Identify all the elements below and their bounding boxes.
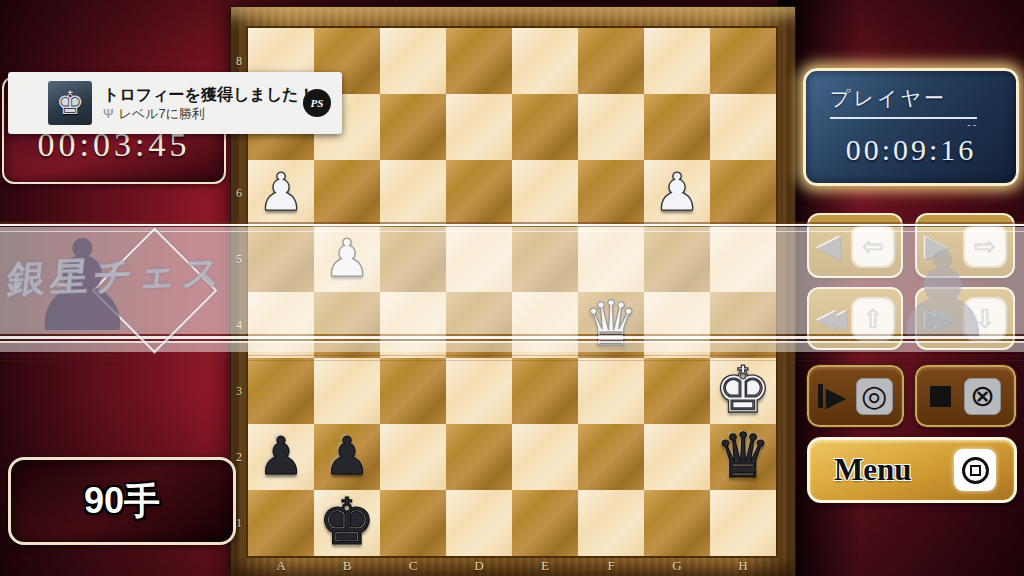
square-b3[interactable] <box>314 358 380 424</box>
square-e1[interactable] <box>512 490 578 556</box>
square-b6[interactable] <box>314 160 380 226</box>
square-h7[interactable] <box>710 94 776 160</box>
square-h6[interactable] <box>710 160 776 226</box>
square-b2[interactable] <box>314 424 380 490</box>
trophy-notification: ♚ トロフィーを獲得しました！ Ψ レベル7に勝利 PS <box>8 72 342 134</box>
resume-play-button[interactable]: ▶ ◎ <box>807 365 904 427</box>
file-label-B: B <box>314 556 380 576</box>
square-e2[interactable] <box>512 424 578 490</box>
file-label-C: C <box>380 556 446 576</box>
menu-button[interactable]: Menu <box>807 437 1017 503</box>
square-e7[interactable] <box>512 94 578 160</box>
square-c1[interactable] <box>380 490 446 556</box>
square-f7[interactable] <box>578 94 644 160</box>
square-c2[interactable] <box>380 424 446 490</box>
trophy-title: トロフィーを獲得しました！ <box>103 85 314 105</box>
stop-button[interactable]: ⊗ <box>915 365 1016 427</box>
square-a1[interactable] <box>248 490 314 556</box>
cross-button-key-icon: ⊗ <box>964 378 1001 415</box>
player-clock-time: 00:09:16 <box>806 133 1016 167</box>
square-button-key-icon <box>954 449 996 491</box>
square-a3[interactable] <box>248 358 314 424</box>
square-d1[interactable] <box>446 490 512 556</box>
game-logo: 銀星チェス <box>5 246 241 305</box>
rank-label-6: 6 <box>230 160 248 226</box>
square-f6[interactable] <box>578 160 644 226</box>
square-f3[interactable] <box>578 358 644 424</box>
square-a6[interactable] <box>248 160 314 226</box>
square-h8[interactable] <box>710 28 776 94</box>
menu-label: Menu <box>834 452 912 488</box>
move-counter-text: 90手 <box>84 477 160 526</box>
square-f1[interactable] <box>578 490 644 556</box>
square-c8[interactable] <box>380 28 446 94</box>
king-icon: ♚ <box>56 87 85 119</box>
file-label-A: A <box>248 556 314 576</box>
file-label-F: F <box>578 556 644 576</box>
square-g7[interactable] <box>644 94 710 160</box>
trophy-subtitle: レベル7に勝利 <box>119 105 205 122</box>
trophy-text: トロフィーを獲得しました！ Ψ レベル7に勝利 <box>103 85 314 122</box>
square-c3[interactable] <box>380 358 446 424</box>
square-h1[interactable] <box>710 490 776 556</box>
square-e3[interactable] <box>512 358 578 424</box>
square-g8[interactable] <box>644 28 710 94</box>
player-clock-panel: プレイヤー ‐‐ 00:09:16 <box>803 68 1019 186</box>
square-e8[interactable] <box>512 28 578 94</box>
square-b1[interactable] <box>314 490 380 556</box>
trophy-icon: Ψ <box>103 105 114 122</box>
square-c7[interactable] <box>380 94 446 160</box>
square-d3[interactable] <box>446 358 512 424</box>
square-a2[interactable] <box>248 424 314 490</box>
play-icon: ▶ <box>818 383 846 410</box>
square-g3[interactable] <box>644 358 710 424</box>
game-screen: 87654321ABCDEFGH ♟♟♟♛♚♟♟♛♚ ♟ ♟ 銀星チェス ♚ ト… <box>0 0 1024 576</box>
square-g6[interactable] <box>644 160 710 226</box>
square-c6[interactable] <box>380 160 446 226</box>
square-e6[interactable] <box>512 160 578 226</box>
circle-button-key-icon: ◎ <box>856 378 893 415</box>
square-g2[interactable] <box>644 424 710 490</box>
playstation-logo-icon: PS <box>303 89 331 117</box>
file-label-H: H <box>710 556 776 576</box>
band-sublines <box>0 355 1024 365</box>
square-f2[interactable] <box>578 424 644 490</box>
square-d6[interactable] <box>446 160 512 226</box>
square-h3[interactable] <box>710 358 776 424</box>
square-g1[interactable] <box>644 490 710 556</box>
player-label: プレイヤー <box>830 85 977 119</box>
move-counter-panel: 90手 <box>8 457 236 545</box>
square-d8[interactable] <box>446 28 512 94</box>
player-underline-marks: ‐‐ <box>967 119 978 130</box>
square-f8[interactable] <box>578 28 644 94</box>
square-h2[interactable] <box>710 424 776 490</box>
rank-label-3: 3 <box>230 358 248 424</box>
trophy-app-icon: ♚ <box>48 81 92 125</box>
file-label-E: E <box>512 556 578 576</box>
glass-band-overlay: ♟ 銀星チェス <box>0 222 1024 352</box>
square-d7[interactable] <box>446 94 512 160</box>
stop-icon <box>930 386 951 407</box>
square-d2[interactable] <box>446 424 512 490</box>
file-label-D: D <box>446 556 512 576</box>
file-label-G: G <box>644 556 710 576</box>
